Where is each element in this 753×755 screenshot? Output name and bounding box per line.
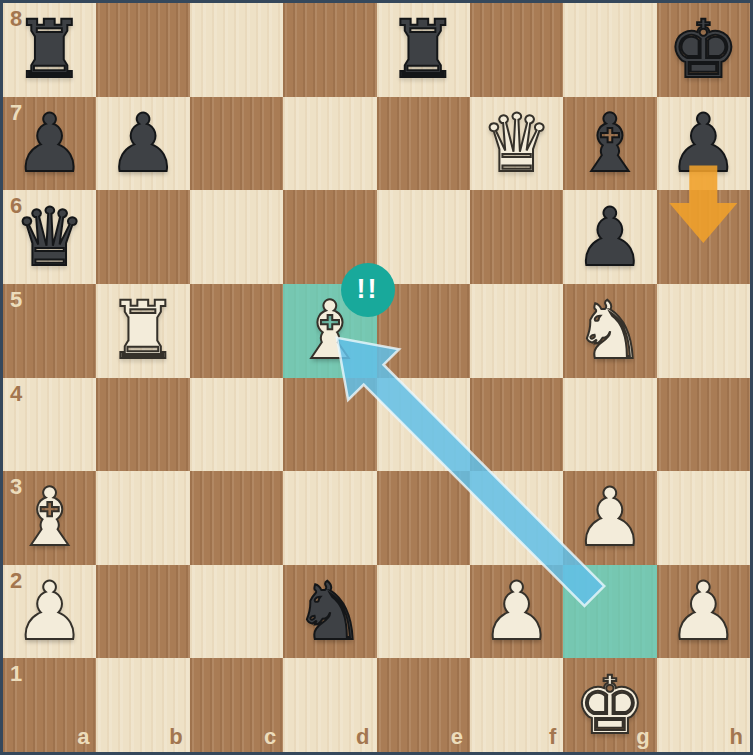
square-d4[interactable] — [283, 378, 376, 472]
square-f6[interactable] — [470, 190, 563, 284]
square-b8[interactable] — [96, 3, 189, 97]
square-g7[interactable]: ♝ — [563, 97, 656, 191]
square-e1[interactable]: e — [377, 658, 470, 752]
black-king[interactable]: ♚ — [667, 3, 739, 96]
file-label-h: h — [730, 726, 743, 748]
square-h1[interactable]: h — [657, 658, 750, 752]
square-g3[interactable]: ♟ — [563, 471, 656, 565]
square-c4[interactable] — [190, 378, 283, 472]
rank-label-3: 3 — [10, 476, 22, 498]
square-f7[interactable]: ♛ — [470, 97, 563, 191]
white-bishop[interactable]: ♝ — [294, 284, 366, 377]
square-f1[interactable]: f — [470, 658, 563, 752]
square-d8[interactable] — [283, 3, 376, 97]
rank-label-5: 5 — [10, 289, 22, 311]
file-label-e: e — [451, 726, 463, 748]
square-b2[interactable] — [96, 565, 189, 659]
square-b3[interactable] — [96, 471, 189, 565]
square-a7[interactable]: 7♟ — [3, 97, 96, 191]
rank-label-4: 4 — [10, 383, 22, 405]
square-e8[interactable]: ♜ — [377, 3, 470, 97]
square-c7[interactable] — [190, 97, 283, 191]
square-d1[interactable]: d — [283, 658, 376, 752]
square-e6[interactable] — [377, 190, 470, 284]
square-f2[interactable]: ♟ — [470, 565, 563, 659]
square-f5[interactable] — [470, 284, 563, 378]
black-bishop[interactable]: ♝ — [574, 97, 646, 190]
rank-label-7: 7 — [10, 102, 22, 124]
square-a3[interactable]: 3♝ — [3, 471, 96, 565]
square-e4[interactable] — [377, 378, 470, 472]
square-f4[interactable] — [470, 378, 563, 472]
square-a4[interactable]: 4 — [3, 378, 96, 472]
white-knight[interactable]: ♞ — [574, 284, 646, 377]
file-label-b: b — [169, 726, 182, 748]
square-h7[interactable]: ♟ — [657, 97, 750, 191]
square-g8[interactable] — [563, 3, 656, 97]
file-label-c: c — [264, 726, 276, 748]
chess-board-frame: 8♜♜♚7♟♟♛♝♟6♛♟5♜♝♞43♝♟2♟♞♟♟1abcdefg♚h !! — [0, 0, 753, 755]
square-h4[interactable] — [657, 378, 750, 472]
square-e3[interactable] — [377, 471, 470, 565]
square-a8[interactable]: 8♜ — [3, 3, 96, 97]
black-pawn[interactable]: ♟ — [14, 97, 86, 190]
rank-label-8: 8 — [10, 8, 22, 30]
square-g2[interactable] — [563, 565, 656, 659]
square-d5[interactable]: ♝ — [283, 284, 376, 378]
black-rook[interactable]: ♜ — [14, 3, 86, 96]
square-c8[interactable] — [190, 3, 283, 97]
square-h2[interactable]: ♟ — [657, 565, 750, 659]
white-rook[interactable]: ♜ — [107, 284, 179, 377]
file-label-f: f — [549, 726, 556, 748]
white-pawn[interactable]: ♟ — [667, 565, 739, 658]
square-f8[interactable] — [470, 3, 563, 97]
square-e7[interactable] — [377, 97, 470, 191]
white-king[interactable]: ♚ — [574, 659, 646, 752]
white-queen[interactable]: ♛ — [481, 97, 553, 190]
square-b5[interactable]: ♜ — [96, 284, 189, 378]
square-a2[interactable]: 2♟ — [3, 565, 96, 659]
black-pawn[interactable]: ♟ — [107, 97, 179, 190]
black-knight[interactable]: ♞ — [294, 565, 366, 658]
board: 8♜♜♚7♟♟♛♝♟6♛♟5♜♝♞43♝♟2♟♞♟♟1abcdefg♚h — [3, 3, 750, 752]
square-g5[interactable]: ♞ — [563, 284, 656, 378]
square-a6[interactable]: 6♛ — [3, 190, 96, 284]
rank-label-1: 1 — [10, 663, 22, 685]
square-b6[interactable] — [96, 190, 189, 284]
square-d3[interactable] — [283, 471, 376, 565]
square-a5[interactable]: 5 — [3, 284, 96, 378]
square-d6[interactable] — [283, 190, 376, 284]
square-b1[interactable]: b — [96, 658, 189, 752]
black-pawn[interactable]: ♟ — [667, 97, 739, 190]
square-b4[interactable] — [96, 378, 189, 472]
rank-label-2: 2 — [10, 570, 22, 592]
square-b7[interactable]: ♟ — [96, 97, 189, 191]
highlight-g2 — [563, 565, 656, 659]
square-g1[interactable]: g♚ — [563, 658, 656, 752]
white-pawn[interactable]: ♟ — [481, 565, 553, 658]
square-h8[interactable]: ♚ — [657, 3, 750, 97]
black-queen[interactable]: ♛ — [14, 191, 86, 284]
file-label-a: a — [77, 726, 89, 748]
square-c1[interactable]: c — [190, 658, 283, 752]
square-e5[interactable] — [377, 284, 470, 378]
rank-label-6: 6 — [10, 195, 22, 217]
white-pawn[interactable]: ♟ — [574, 471, 646, 564]
white-bishop[interactable]: ♝ — [14, 471, 86, 564]
square-d2[interactable]: ♞ — [283, 565, 376, 659]
square-c2[interactable] — [190, 565, 283, 659]
square-g4[interactable] — [563, 378, 656, 472]
white-pawn[interactable]: ♟ — [14, 565, 86, 658]
square-f3[interactable] — [470, 471, 563, 565]
square-c5[interactable] — [190, 284, 283, 378]
square-g6[interactable]: ♟ — [563, 190, 656, 284]
file-label-g: g — [636, 726, 649, 748]
square-h3[interactable] — [657, 471, 750, 565]
square-h6[interactable] — [657, 190, 750, 284]
black-rook[interactable]: ♜ — [387, 3, 459, 96]
square-c3[interactable] — [190, 471, 283, 565]
square-c6[interactable] — [190, 190, 283, 284]
square-d7[interactable] — [283, 97, 376, 191]
square-a1[interactable]: 1a — [3, 658, 96, 752]
square-e2[interactable] — [377, 565, 470, 659]
square-h5[interactable] — [657, 284, 750, 378]
file-label-d: d — [356, 726, 369, 748]
black-pawn[interactable]: ♟ — [574, 191, 646, 284]
